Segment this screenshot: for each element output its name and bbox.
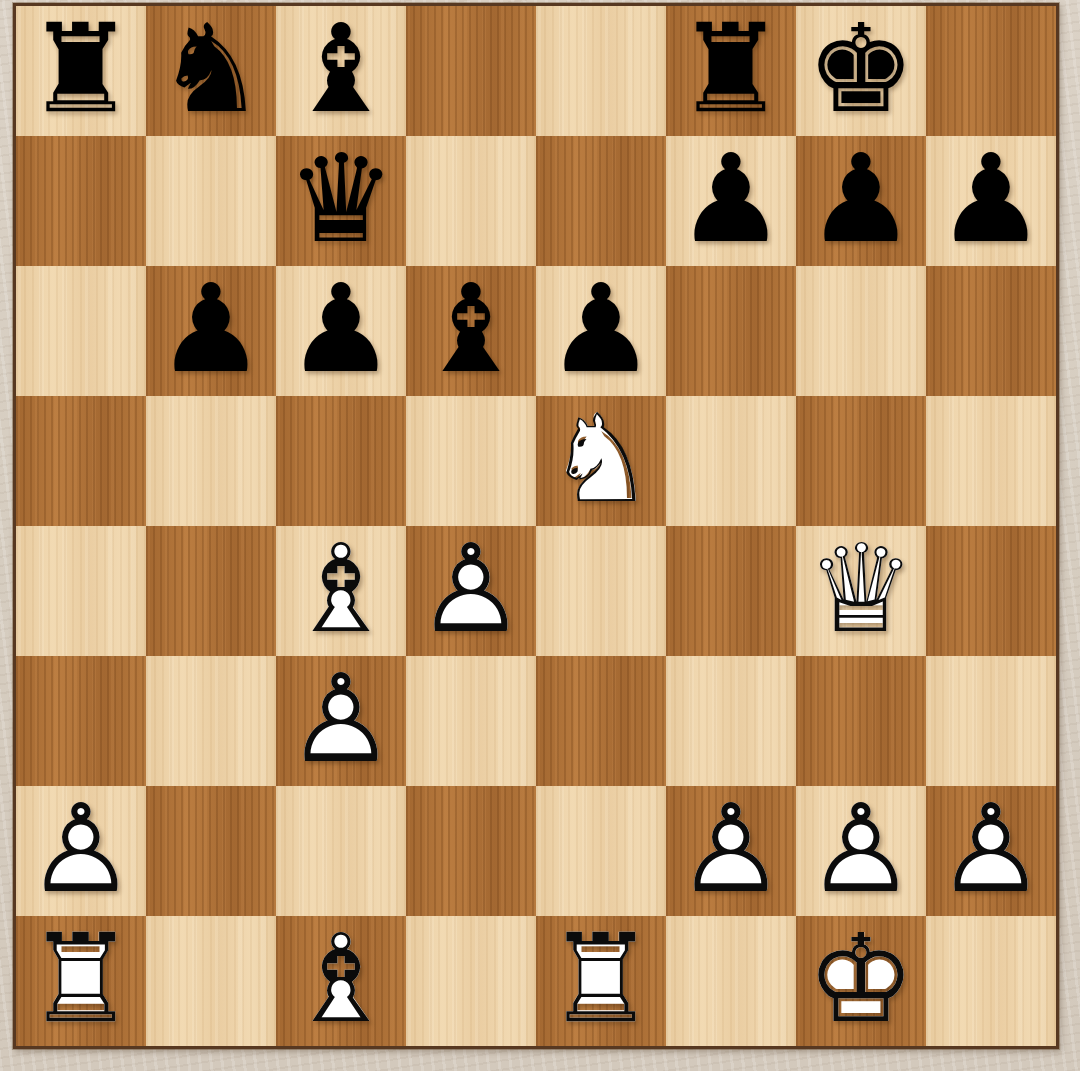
square-b2[interactable] [146,786,276,916]
square-d3[interactable] [406,656,536,786]
white-pawn-piece[interactable]: ♟♙ [276,656,406,786]
square-a6[interactable] [16,266,146,396]
board-frame: ♜♞♝♜♚♛♟♟♟♟♟♝♟♞♘♝♗♟♙♛♕♟♙♟♙♟♙♟♙♟♙♜♖♝♗♜♖♚♔ [13,3,1059,1049]
black-pawn-piece[interactable]: ♟ [276,266,406,396]
white-bishop-glyph: ♝ [286,528,395,650]
square-d7[interactable] [406,136,536,266]
square-d5[interactable] [406,396,536,526]
white-rook-glyph: ♜ [26,918,135,1040]
white-pawn-piece[interactable]: ♟♙ [796,786,926,916]
white-knight-piece[interactable]: ♞♘ [536,396,666,526]
square-e6[interactable]: ♟ [536,266,666,396]
white-pawn-glyph: ♟ [26,788,135,910]
black-pawn-glyph: ♟ [936,138,1045,260]
black-bishop-glyph: ♝ [416,268,525,390]
black-pawn-piece[interactable]: ♟ [146,266,276,396]
white-king-piece[interactable]: ♚♔ [796,916,926,1046]
square-d4[interactable]: ♟♙ [406,526,536,656]
square-b6[interactable]: ♟ [146,266,276,396]
white-knight-outline: ♘ [546,398,655,520]
white-bishop-piece[interactable]: ♝♗ [276,526,406,656]
square-b5[interactable] [146,396,276,526]
square-f4[interactable] [666,526,796,656]
white-pawn-outline: ♙ [806,788,915,910]
white-rook-outline: ♖ [546,918,655,1040]
square-h5[interactable] [926,396,1056,526]
white-queen-glyph: ♛ [806,528,915,650]
square-g8[interactable]: ♚ [796,6,926,136]
square-f1[interactable] [666,916,796,1046]
square-e8[interactable] [536,6,666,136]
square-a5[interactable] [16,396,146,526]
white-pawn-piece[interactable]: ♟♙ [406,526,536,656]
black-king-glyph: ♚ [806,8,915,130]
square-f3[interactable] [666,656,796,786]
square-d2[interactable] [406,786,536,916]
white-pawn-piece[interactable]: ♟♙ [16,786,146,916]
black-pawn-glyph: ♟ [546,268,655,390]
square-g1[interactable]: ♚♔ [796,916,926,1046]
black-pawn-piece[interactable]: ♟ [796,136,926,266]
white-bishop-outline: ♗ [286,528,395,650]
square-g2[interactable]: ♟♙ [796,786,926,916]
square-d8[interactable] [406,6,536,136]
chess-board: ♜♞♝♜♚♛♟♟♟♟♟♝♟♞♘♝♗♟♙♛♕♟♙♟♙♟♙♟♙♟♙♜♖♝♗♜♖♚♔ [16,6,1056,1046]
square-g5[interactable] [796,396,926,526]
white-bishop-piece[interactable]: ♝♗ [276,916,406,1046]
white-queen-piece[interactable]: ♛♕ [796,526,926,656]
square-a4[interactable] [16,526,146,656]
square-g4[interactable]: ♛♕ [796,526,926,656]
black-pawn-glyph: ♟ [286,268,395,390]
square-a1[interactable]: ♜♖ [16,916,146,1046]
square-e5[interactable]: ♞♘ [536,396,666,526]
black-pawn-glyph: ♟ [156,268,265,390]
square-f7[interactable]: ♟ [666,136,796,266]
white-pawn-outline: ♙ [676,788,785,910]
square-a3[interactable] [16,656,146,786]
square-c4[interactable]: ♝♗ [276,526,406,656]
square-h2[interactable]: ♟♙ [926,786,1056,916]
white-pawn-glyph: ♟ [936,788,1045,910]
square-h8[interactable] [926,6,1056,136]
white-pawn-piece[interactable]: ♟♙ [666,786,796,916]
black-pawn-glyph: ♟ [806,138,915,260]
white-bishop-outline: ♗ [286,918,395,1040]
square-f8[interactable]: ♜ [666,6,796,136]
square-c7[interactable]: ♛ [276,136,406,266]
white-rook-glyph: ♜ [546,918,655,1040]
square-e7[interactable] [536,136,666,266]
white-pawn-glyph: ♟ [806,788,915,910]
black-rook-piece[interactable]: ♜ [666,6,796,136]
white-pawn-outline: ♙ [286,658,395,780]
white-rook-piece[interactable]: ♜♖ [16,916,146,1046]
white-queen-outline: ♕ [806,528,915,650]
square-e4[interactable] [536,526,666,656]
square-c3[interactable]: ♟♙ [276,656,406,786]
square-f6[interactable] [666,266,796,396]
black-queen-glyph: ♛ [286,138,395,260]
square-h7[interactable]: ♟ [926,136,1056,266]
black-knight-glyph: ♞ [156,8,265,130]
black-rook-glyph: ♜ [676,8,785,130]
black-rook-piece[interactable]: ♜ [16,6,146,136]
black-knight-piece[interactable]: ♞ [146,6,276,136]
square-e1[interactable]: ♜♖ [536,916,666,1046]
white-pawn-piece[interactable]: ♟♙ [926,786,1056,916]
white-king-glyph: ♚ [806,918,915,1040]
square-h4[interactable] [926,526,1056,656]
black-queen-piece[interactable]: ♛ [276,136,406,266]
black-bishop-piece[interactable]: ♝ [406,266,536,396]
square-c1[interactable]: ♝♗ [276,916,406,1046]
square-e2[interactable] [536,786,666,916]
square-h3[interactable] [926,656,1056,786]
square-a8[interactable]: ♜ [16,6,146,136]
square-g6[interactable] [796,266,926,396]
square-b4[interactable] [146,526,276,656]
square-h1[interactable] [926,916,1056,1046]
black-bishop-piece[interactable]: ♝ [276,6,406,136]
black-king-piece[interactable]: ♚ [796,6,926,136]
square-d6[interactable]: ♝ [406,266,536,396]
white-pawn-outline: ♙ [936,788,1045,910]
white-pawn-glyph: ♟ [286,658,395,780]
black-pawn-piece[interactable]: ♟ [926,136,1056,266]
square-b8[interactable]: ♞ [146,6,276,136]
square-c6[interactable]: ♟ [276,266,406,396]
square-b1[interactable] [146,916,276,1046]
white-rook-outline: ♖ [26,918,135,1040]
square-h6[interactable] [926,266,1056,396]
square-a7[interactable] [16,136,146,266]
square-b7[interactable] [146,136,276,266]
white-pawn-outline: ♙ [26,788,135,910]
square-c2[interactable] [276,786,406,916]
square-e3[interactable] [536,656,666,786]
white-rook-piece[interactable]: ♜♖ [536,916,666,1046]
black-bishop-glyph: ♝ [286,8,395,130]
square-c8[interactable]: ♝ [276,6,406,136]
black-pawn-piece[interactable]: ♟ [666,136,796,266]
white-pawn-glyph: ♟ [676,788,785,910]
black-pawn-piece[interactable]: ♟ [536,266,666,396]
square-g3[interactable] [796,656,926,786]
white-pawn-outline: ♙ [416,528,525,650]
white-pawn-glyph: ♟ [416,528,525,650]
square-d1[interactable] [406,916,536,1046]
square-f5[interactable] [666,396,796,526]
white-knight-glyph: ♞ [546,398,655,520]
white-bishop-glyph: ♝ [286,918,395,1040]
black-rook-glyph: ♜ [26,8,135,130]
square-a2[interactable]: ♟♙ [16,786,146,916]
white-king-outline: ♔ [806,918,915,1040]
black-pawn-glyph: ♟ [676,138,785,260]
square-g7[interactable]: ♟ [796,136,926,266]
square-b3[interactable] [146,656,276,786]
square-c5[interactable] [276,396,406,526]
square-f2[interactable]: ♟♙ [666,786,796,916]
